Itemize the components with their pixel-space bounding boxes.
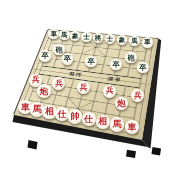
piece-red-advisor[interactable]: 仕: [82, 112, 96, 126]
piece-red-general[interactable]: 帥: [68, 109, 82, 123]
piece-red-soldier[interactable]: 兵: [131, 89, 144, 102]
piece-black-cannon[interactable]: 砲: [125, 52, 136, 63]
piece-red-cannon[interactable]: 炮: [115, 97, 128, 110]
piece-black-elephant[interactable]: 象: [117, 35, 128, 46]
piece-red-elephant[interactable]: 相: [96, 115, 110, 129]
piece-black-chariot[interactable]: 車: [48, 29, 59, 40]
piece-black-soldier[interactable]: 卒: [85, 56, 97, 68]
piece-black-soldier[interactable]: 卒: [39, 50, 51, 62]
piece-black-general[interactable]: 將: [93, 33, 104, 44]
piece-red-soldier[interactable]: 兵: [77, 81, 90, 94]
piece-black-horse[interactable]: 馬: [129, 36, 140, 47]
piece-black-advisor[interactable]: 士: [81, 32, 92, 43]
piece-black-soldier[interactable]: 卒: [110, 59, 122, 71]
piece-black-elephant[interactable]: 象: [70, 31, 81, 42]
piece-red-horse[interactable]: 馬: [110, 117, 124, 131]
pieces-layer: 車馬象士將士象馬車砲砲卒卒卒卒卒兵兵兵兵兵炮炮車馬相仕帥仕相馬車: [0, 0, 180, 180]
piece-red-chariot[interactable]: 車: [125, 120, 139, 134]
piece-black-chariot[interactable]: 車: [142, 37, 153, 48]
piece-black-horse[interactable]: 馬: [59, 30, 70, 41]
piece-black-advisor[interactable]: 士: [105, 34, 116, 45]
piece-red-soldier[interactable]: 兵: [103, 85, 116, 98]
piece-red-cannon[interactable]: 炮: [37, 84, 50, 97]
piece-black-soldier[interactable]: 卒: [137, 62, 149, 74]
piece-red-soldier[interactable]: 兵: [52, 77, 65, 90]
xiangqi-set-photo: 楚河 漢界 車馬象士將士象馬車砲砲卒卒卒卒卒兵兵兵兵兵炮炮車馬相仕帥仕相馬車: [0, 0, 180, 180]
piece-black-soldier[interactable]: 卒: [62, 53, 74, 65]
